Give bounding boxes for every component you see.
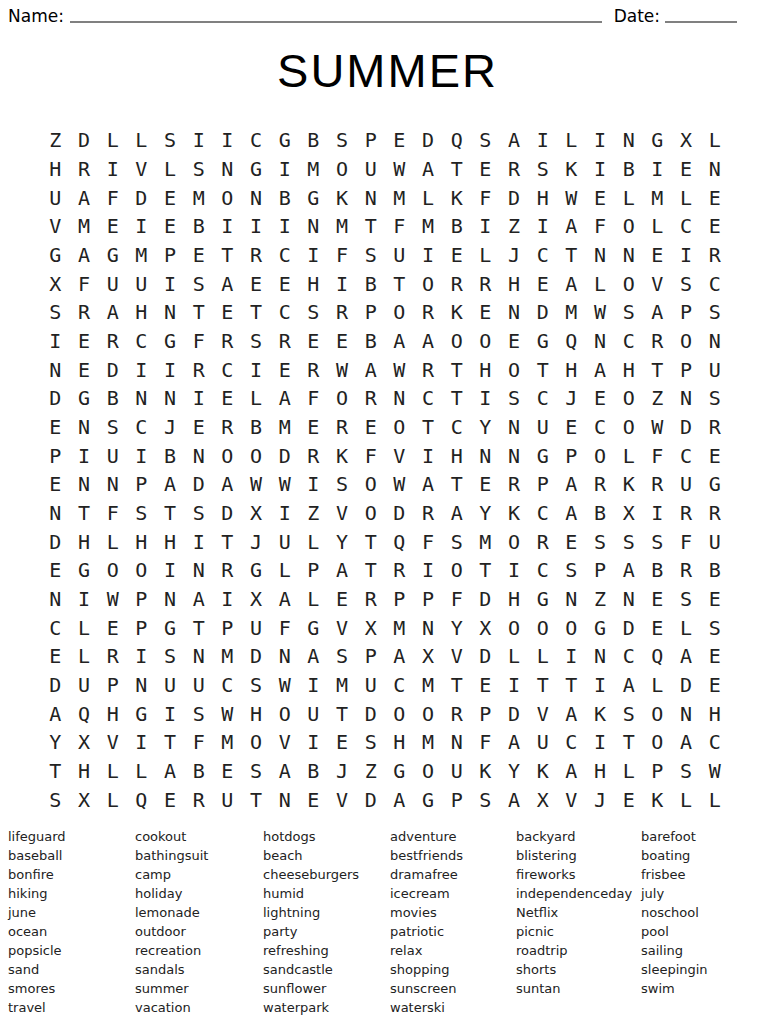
grid-cell-r15c14: F <box>414 527 443 556</box>
grid-cell-r18c17: O <box>500 613 529 642</box>
grid-cell-r3c22: M <box>643 183 672 212</box>
grid-cell-r8c3: R <box>98 327 127 356</box>
grid-cell-r6c2: F <box>70 269 99 298</box>
word-list-item: sand <box>8 960 135 979</box>
grid-cell-r13c21: K <box>614 470 643 499</box>
grid-cell-r18c21: D <box>614 613 643 642</box>
grid-cell-r14c19: A <box>557 499 586 528</box>
grid-cell-r4c20: F <box>586 212 615 241</box>
grid-cell-r9c18: T <box>528 355 557 384</box>
grid-cell-r10c13: N <box>385 384 414 413</box>
grid-cell-r10c8: L <box>242 384 271 413</box>
grid-cell-r13c20: R <box>586 470 615 499</box>
grid-cell-r17c11: E <box>328 585 357 614</box>
grid-cell-r18c15: Y <box>442 613 471 642</box>
grid-cell-r5c23: I <box>672 241 701 270</box>
grid-cell-r22c16: F <box>471 728 500 757</box>
grid-cell-r16c15: O <box>442 556 471 585</box>
grid-cell-r11c16: Y <box>471 413 500 442</box>
grid-cell-r1c23: X <box>672 126 701 155</box>
grid-cell-r13c18: P <box>528 470 557 499</box>
grid-cell-r21c19: A <box>557 699 586 728</box>
grid-cell-r19c17: L <box>500 642 529 671</box>
grid-cell-r10c11: O <box>328 384 357 413</box>
grid-cell-r24c5: E <box>156 785 185 814</box>
grid-cell-r4c7: I <box>213 212 242 241</box>
grid-cell-r23c12: Z <box>356 757 385 786</box>
grid-cell-r12c5: B <box>156 441 185 470</box>
grid-cell-r13c1: E <box>41 470 70 499</box>
grid-cell-r5c6: E <box>184 241 213 270</box>
grid-cell-r24c24: L <box>700 785 729 814</box>
grid-cell-r19c15: V <box>442 642 471 671</box>
grid-cell-r14c2: T <box>70 499 99 528</box>
grid-cell-r18c6: T <box>184 613 213 642</box>
grid-cell-r21c15: R <box>442 699 471 728</box>
grid-cell-r24c22: K <box>643 785 672 814</box>
grid-cell-r14c21: X <box>614 499 643 528</box>
grid-cell-r6c6: S <box>184 269 213 298</box>
grid-cell-r11c21: O <box>614 413 643 442</box>
grid-cell-r12c17: N <box>500 441 529 470</box>
grid-cell-r20c18: T <box>528 671 557 700</box>
grid-cell-r3c1: U <box>41 183 70 212</box>
grid-cell-r2c4: V <box>127 155 156 184</box>
word-list-column-6: barefootboatingfrisbeejulynoschoolpoolsa… <box>641 827 775 1017</box>
grid-cell-r20c20: I <box>586 671 615 700</box>
word-list-item: relax <box>390 941 516 960</box>
grid-cell-r13c15: T <box>442 470 471 499</box>
grid-cell-r9c14: R <box>414 355 443 384</box>
grid-cell-r15c1: D <box>41 527 70 556</box>
grid-cell-r5c14: I <box>414 241 443 270</box>
grid-cell-r19c22: Q <box>643 642 672 671</box>
grid-cell-r7c7: E <box>213 298 242 327</box>
grid-cell-r8c5: G <box>156 327 185 356</box>
grid-cell-r19c6: N <box>184 642 213 671</box>
grid-cell-r3c17: D <box>500 183 529 212</box>
word-list-item: boating <box>641 846 775 865</box>
word-list-item: lemonade <box>135 903 263 922</box>
grid-cell-r16c12: T <box>356 556 385 585</box>
grid-cell-r6c20: L <box>586 269 615 298</box>
grid-cell-r11c17: N <box>500 413 529 442</box>
word-list-item: refreshing <box>263 941 390 960</box>
grid-cell-r3c15: K <box>442 183 471 212</box>
grid-cell-r7c19: M <box>557 298 586 327</box>
grid-cell-r4c9: I <box>270 212 299 241</box>
grid-cell-r10c19: J <box>557 384 586 413</box>
grid-cell-r18c20: G <box>586 613 615 642</box>
grid-cell-r20c1: D <box>41 671 70 700</box>
grid-cell-r13c23: U <box>672 470 701 499</box>
grid-cell-r19c7: M <box>213 642 242 671</box>
grid-cell-r4c21: O <box>614 212 643 241</box>
grid-cell-r6c10: H <box>299 269 328 298</box>
worksheet-header: Name: Date: <box>8 6 737 26</box>
grid-cell-r14c13: D <box>385 499 414 528</box>
date-fill-line <box>665 21 737 23</box>
grid-cell-r7c8: T <box>242 298 271 327</box>
grid-cell-r3c8: N <box>242 183 271 212</box>
grid-cell-r18c9: F <box>270 613 299 642</box>
grid-cell-r20c16: E <box>471 671 500 700</box>
grid-cell-r18c14: N <box>414 613 443 642</box>
grid-cell-r6c15: R <box>442 269 471 298</box>
grid-cell-r18c22: E <box>643 613 672 642</box>
grid-cell-r23c8: S <box>242 757 271 786</box>
grid-cell-r9c5: I <box>156 355 185 384</box>
word-list-item: Netflix <box>516 903 641 922</box>
grid-cell-r15c7: T <box>213 527 242 556</box>
grid-cell-r13c3: N <box>98 470 127 499</box>
grid-cell-r14c17: K <box>500 499 529 528</box>
grid-cell-r10c5: N <box>156 384 185 413</box>
grid-cell-r11c23: D <box>672 413 701 442</box>
grid-cell-r15c3: L <box>98 527 127 556</box>
word-list-item: independenceday <box>516 884 641 903</box>
grid-cell-r15c15: S <box>442 527 471 556</box>
grid-cell-r20c5: U <box>156 671 185 700</box>
grid-cell-r5c10: I <box>299 241 328 270</box>
grid-cell-r19c1: E <box>41 642 70 671</box>
grid-cell-r1c24: L <box>700 126 729 155</box>
grid-cell-r23c18: K <box>528 757 557 786</box>
grid-cell-r9c9: E <box>270 355 299 384</box>
grid-cell-r1c11: S <box>328 126 357 155</box>
grid-cell-r3c21: L <box>614 183 643 212</box>
grid-cell-r20c22: L <box>643 671 672 700</box>
grid-cell-r4c3: E <box>98 212 127 241</box>
grid-cell-r9c16: H <box>471 355 500 384</box>
grid-cell-r19c16: D <box>471 642 500 671</box>
grid-cell-r7c5: N <box>156 298 185 327</box>
grid-cell-r4c19: A <box>557 212 586 241</box>
grid-cell-r18c10: G <box>299 613 328 642</box>
grid-cell-r22c10: I <box>299 728 328 757</box>
grid-cell-r2c6: S <box>184 155 213 184</box>
grid-cell-r15c11: Y <box>328 527 357 556</box>
grid-cell-r18c19: O <box>557 613 586 642</box>
grid-cell-r21c9: O <box>270 699 299 728</box>
grid-cell-r13c24: G <box>700 470 729 499</box>
grid-cell-r1c14: D <box>414 126 443 155</box>
grid-cell-r16c6: N <box>184 556 213 585</box>
grid-cell-r4c4: I <box>127 212 156 241</box>
grid-cell-r20c12: U <box>356 671 385 700</box>
grid-cell-r2c7: N <box>213 155 242 184</box>
grid-cell-r10c14: C <box>414 384 443 413</box>
word-list-item: sleepingin <box>641 960 775 979</box>
grid-cell-r13c8: W <box>242 470 271 499</box>
grid-cell-r1c3: L <box>98 126 127 155</box>
word-list-item: camp <box>135 865 263 884</box>
grid-cell-r20c2: U <box>70 671 99 700</box>
grid-cell-r12c6: N <box>184 441 213 470</box>
grid-cell-r12c4: I <box>127 441 156 470</box>
grid-cell-r3c7: O <box>213 183 242 212</box>
word-list-item: sandals <box>135 960 263 979</box>
grid-cell-r1c6: I <box>184 126 213 155</box>
grid-cell-r2c11: O <box>328 155 357 184</box>
grid-cell-r12c18: G <box>528 441 557 470</box>
grid-cell-r16c22: B <box>643 556 672 585</box>
grid-cell-r12c15: H <box>442 441 471 470</box>
grid-cell-r5c7: T <box>213 241 242 270</box>
grid-cell-r2c17: R <box>500 155 529 184</box>
grid-cell-r1c7: I <box>213 126 242 155</box>
word-list-item: sandcastle <box>263 960 390 979</box>
grid-cell-r13c22: R <box>643 470 672 499</box>
word-list: lifeguardbaseballbonfirehikingjuneoceanp… <box>8 827 775 1017</box>
grid-cell-r1c9: G <box>270 126 299 155</box>
word-list-column-2: cookoutbathingsuitcampholidaylemonadeout… <box>135 827 263 1017</box>
grid-cell-r14c14: R <box>414 499 443 528</box>
grid-cell-r17c19: N <box>557 585 586 614</box>
grid-cell-r8c10: E <box>299 327 328 356</box>
grid-cell-r20c11: M <box>328 671 357 700</box>
grid-cell-r9c19: H <box>557 355 586 384</box>
grid-cell-r12c21: L <box>614 441 643 470</box>
grid-cell-r15c2: H <box>70 527 99 556</box>
grid-cell-r4c5: E <box>156 212 185 241</box>
grid-cell-r21c3: H <box>98 699 127 728</box>
grid-cell-r5c17: J <box>500 241 529 270</box>
grid-cell-r19c4: I <box>127 642 156 671</box>
grid-cell-r17c20: Z <box>586 585 615 614</box>
grid-cell-r9c11: W <box>328 355 357 384</box>
grid-cell-r23c20: H <box>586 757 615 786</box>
grid-cell-r14c3: F <box>98 499 127 528</box>
grid-cell-r2c14: A <box>414 155 443 184</box>
grid-cell-r17c5: N <box>156 585 185 614</box>
word-list-item: roadtrip <box>516 941 641 960</box>
grid-cell-r13c9: W <box>270 470 299 499</box>
grid-cell-r15c12: T <box>356 527 385 556</box>
word-list-item: waterski <box>390 998 516 1017</box>
grid-cell-r15c24: U <box>700 527 729 556</box>
grid-cell-r11c19: E <box>557 413 586 442</box>
grid-cell-r1c5: S <box>156 126 185 155</box>
grid-cell-r22c12: S <box>356 728 385 757</box>
grid-cell-r9c7: C <box>213 355 242 384</box>
grid-cell-r13c2: N <box>70 470 99 499</box>
grid-cell-r20c9: W <box>270 671 299 700</box>
grid-cell-r16c18: C <box>528 556 557 585</box>
name-label: Name: <box>8 6 64 26</box>
grid-cell-r12c1: P <box>41 441 70 470</box>
grid-cell-r4c14: M <box>414 212 443 241</box>
word-list-item: hotdogs <box>263 827 390 846</box>
grid-cell-r4c1: V <box>41 212 70 241</box>
word-list-item: cookout <box>135 827 263 846</box>
grid-cell-r18c18: O <box>528 613 557 642</box>
grid-cell-r2c2: R <box>70 155 99 184</box>
grid-cell-r1c20: I <box>586 126 615 155</box>
grid-cell-r18c7: P <box>213 613 242 642</box>
grid-cell-r8c8: S <box>242 327 271 356</box>
grid-cell-r5c2: A <box>70 241 99 270</box>
grid-cell-r4c6: B <box>184 212 213 241</box>
grid-cell-r19c20: N <box>586 642 615 671</box>
word-list-item: shopping <box>390 960 516 979</box>
grid-cell-r8c19: Q <box>557 327 586 356</box>
grid-cell-r19c13: A <box>385 642 414 671</box>
grid-cell-r7c22: A <box>643 298 672 327</box>
grid-cell-r3c10: G <box>299 183 328 212</box>
grid-cell-r24c2: X <box>70 785 99 814</box>
word-list-item: bathingsuit <box>135 846 263 865</box>
word-list-item: travel <box>8 998 135 1017</box>
grid-cell-r5c5: P <box>156 241 185 270</box>
grid-cell-r24c11: V <box>328 785 357 814</box>
grid-cell-r3c14: L <box>414 183 443 212</box>
grid-cell-r2c19: K <box>557 155 586 184</box>
grid-cell-r18c5: G <box>156 613 185 642</box>
word-list-item: blistering <box>516 846 641 865</box>
grid-cell-r15c10: L <box>299 527 328 556</box>
grid-cell-r20c23: D <box>672 671 701 700</box>
grid-cell-r11c14: T <box>414 413 443 442</box>
grid-cell-r2c18: S <box>528 155 557 184</box>
grid-cell-r22c21: T <box>614 728 643 757</box>
grid-cell-r6c13: T <box>385 269 414 298</box>
grid-cell-r5c22: E <box>643 241 672 270</box>
grid-cell-r9c24: U <box>700 355 729 384</box>
grid-cell-r7c9: C <box>270 298 299 327</box>
grid-cell-r9c2: E <box>70 355 99 384</box>
grid-cell-r2c13: W <box>385 155 414 184</box>
grid-cell-r12c20: O <box>586 441 615 470</box>
grid-cell-r7c18: D <box>528 298 557 327</box>
word-list-item: hiking <box>8 884 135 903</box>
grid-cell-r20c10: I <box>299 671 328 700</box>
word-list-item: sunscreen <box>390 979 516 998</box>
word-list-item: cheeseburgers <box>263 865 390 884</box>
grid-cell-r8c14: A <box>414 327 443 356</box>
grid-cell-r21c11: T <box>328 699 357 728</box>
grid-cell-r13c13: W <box>385 470 414 499</box>
grid-cell-r23c7: E <box>213 757 242 786</box>
grid-cell-r22c15: N <box>442 728 471 757</box>
grid-cell-r24c3: L <box>98 785 127 814</box>
grid-cell-r24c7: U <box>213 785 242 814</box>
word-list-item: june <box>8 903 135 922</box>
grid-cell-r15c17: O <box>500 527 529 556</box>
grid-cell-r14c5: T <box>156 499 185 528</box>
grid-cell-r21c2: Q <box>70 699 99 728</box>
word-list-item: recreation <box>135 941 263 960</box>
grid-cell-r4c8: I <box>242 212 271 241</box>
grid-cell-r22c19: C <box>557 728 586 757</box>
grid-cell-r10c7: E <box>213 384 242 413</box>
grid-cell-r9c23: P <box>672 355 701 384</box>
grid-cell-r5c8: R <box>242 241 271 270</box>
grid-cell-r22c9: V <box>270 728 299 757</box>
grid-cell-r11c3: S <box>98 413 127 442</box>
grid-cell-r5c21: N <box>614 241 643 270</box>
grid-cell-r4c17: Z <box>500 212 529 241</box>
grid-cell-r10c21: O <box>614 384 643 413</box>
grid-cell-r8c15: O <box>442 327 471 356</box>
grid-cell-r13c6: D <box>184 470 213 499</box>
grid-cell-r9c21: H <box>614 355 643 384</box>
word-list-item: patriotic <box>390 922 516 941</box>
grid-cell-r15c20: S <box>586 527 615 556</box>
grid-cell-r14c22: I <box>643 499 672 528</box>
word-list-item: outdoor <box>135 922 263 941</box>
grid-cell-r19c19: I <box>557 642 586 671</box>
grid-cell-r11c7: R <box>213 413 242 442</box>
word-list-item: frisbee <box>641 865 775 884</box>
grid-cell-r8c22: R <box>643 327 672 356</box>
grid-cell-r3c5: E <box>156 183 185 212</box>
grid-cell-r19c8: D <box>242 642 271 671</box>
word-list-item: shorts <box>516 960 641 979</box>
grid-cell-r3c16: F <box>471 183 500 212</box>
grid-cell-r11c12: E <box>356 413 385 442</box>
grid-cell-r7c4: H <box>127 298 156 327</box>
grid-cell-r16c9: L <box>270 556 299 585</box>
word-list-item: july <box>641 884 775 903</box>
grid-cell-r6c7: A <box>213 269 242 298</box>
grid-cell-r19c21: C <box>614 642 643 671</box>
grid-cell-r5c1: G <box>41 241 70 270</box>
grid-cell-r8c21: C <box>614 327 643 356</box>
grid-cell-r6c5: I <box>156 269 185 298</box>
grid-cell-r14c9: I <box>270 499 299 528</box>
grid-cell-r19c2: L <box>70 642 99 671</box>
grid-cell-r17c14: P <box>414 585 443 614</box>
grid-cell-r8c6: F <box>184 327 213 356</box>
grid-cell-r16c23: R <box>672 556 701 585</box>
grid-cell-r14c20: B <box>586 499 615 528</box>
grid-cell-r5c24: R <box>700 241 729 270</box>
grid-cell-r23c2: H <box>70 757 99 786</box>
grid-cell-r4c23: C <box>672 212 701 241</box>
grid-cell-r9c3: D <box>98 355 127 384</box>
grid-cell-r8c24: N <box>700 327 729 356</box>
grid-cell-r24c10: E <box>299 785 328 814</box>
grid-cell-r4c22: L <box>643 212 672 241</box>
grid-cell-r24c9: N <box>270 785 299 814</box>
grid-cell-r11c11: R <box>328 413 357 442</box>
grid-cell-r16c2: G <box>70 556 99 585</box>
grid-cell-r3c11: K <box>328 183 357 212</box>
grid-cell-r14c7: D <box>213 499 242 528</box>
grid-cell-r18c11: V <box>328 613 357 642</box>
word-list-item: vacation <box>135 998 263 1017</box>
grid-cell-r11c8: B <box>242 413 271 442</box>
word-list-item: picnic <box>516 922 641 941</box>
grid-cell-r2c12: U <box>356 155 385 184</box>
grid-cell-r17c23: S <box>672 585 701 614</box>
grid-cell-r10c6: I <box>184 384 213 413</box>
grid-cell-r13c17: R <box>500 470 529 499</box>
word-list-item: holiday <box>135 884 263 903</box>
grid-cell-r16c8: G <box>242 556 271 585</box>
grid-cell-r24c13: A <box>385 785 414 814</box>
grid-cell-r19c5: S <box>156 642 185 671</box>
grid-cell-r16c21: A <box>614 556 643 585</box>
grid-cell-r23c1: T <box>41 757 70 786</box>
grid-cell-r1c17: A <box>500 126 529 155</box>
grid-cell-r14c1: N <box>41 499 70 528</box>
grid-cell-r2c16: E <box>471 155 500 184</box>
grid-cell-r21c24: H <box>700 699 729 728</box>
grid-cell-r18c4: P <box>127 613 156 642</box>
grid-cell-r24c21: E <box>614 785 643 814</box>
